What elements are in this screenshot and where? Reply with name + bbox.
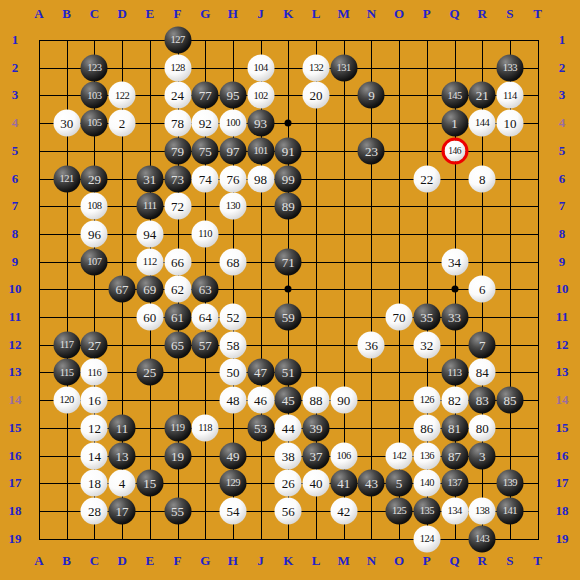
- stone-black: 131: [330, 54, 357, 81]
- stone-white: 58: [219, 331, 246, 358]
- row-label-left: 19: [9, 531, 22, 547]
- stone-white: 124: [413, 525, 440, 552]
- row-label-left: 16: [9, 448, 22, 464]
- stone-black: 97: [219, 137, 246, 164]
- stone-black: 121: [53, 165, 80, 192]
- row-label-left: 12: [9, 337, 22, 353]
- stone-black: 85: [496, 387, 523, 414]
- column-label-bottom: M: [338, 553, 350, 569]
- move-number: 13: [116, 449, 129, 462]
- stone-white: 30: [53, 110, 80, 137]
- column-label-top: D: [117, 6, 126, 22]
- move-number: 86: [420, 421, 433, 434]
- stone-white: 78: [164, 110, 191, 137]
- stone-black: 63: [192, 276, 219, 303]
- move-number: 14: [88, 449, 101, 462]
- stone-black: 35: [413, 304, 440, 331]
- stone-black: 125: [386, 497, 413, 524]
- move-number: 61: [171, 311, 184, 324]
- column-label-bottom: H: [228, 553, 238, 569]
- move-number: 81: [448, 421, 461, 434]
- stone-black: 29: [81, 165, 108, 192]
- grid-line: [371, 40, 372, 540]
- row-label-left: 15: [9, 420, 22, 436]
- move-number: 80: [476, 421, 489, 434]
- move-number: 108: [87, 201, 101, 212]
- column-label-top: A: [34, 6, 43, 22]
- column-label-bottom: T: [533, 553, 542, 569]
- move-number: 141: [503, 506, 517, 517]
- star-point: [285, 120, 292, 127]
- move-number: 30: [60, 117, 73, 130]
- stone-black: 119: [164, 414, 191, 441]
- move-number: 79: [171, 144, 184, 157]
- stone-black: 43: [358, 470, 385, 497]
- move-number: 67: [116, 283, 129, 296]
- stone-black: 129: [219, 470, 246, 497]
- grid-line: [39, 345, 539, 346]
- column-label-top: M: [338, 6, 350, 22]
- move-number: 117: [60, 339, 74, 350]
- stone-black: 145: [441, 82, 468, 109]
- stone-white: 114: [496, 82, 523, 109]
- row-label-left: 9: [12, 254, 19, 270]
- stone-white: 22: [413, 165, 440, 192]
- row-label-right: 14: [556, 392, 569, 408]
- move-number: 39: [310, 421, 323, 434]
- stone-black: 133: [496, 54, 523, 81]
- row-label-right: 1: [559, 32, 566, 48]
- column-label-bottom: R: [477, 553, 486, 569]
- move-number: 136: [420, 450, 434, 461]
- move-number: 106: [337, 450, 351, 461]
- stone-white: 112: [136, 248, 163, 275]
- stone-white: 54: [219, 497, 246, 524]
- stone-black: 115: [53, 359, 80, 386]
- column-label-top: N: [367, 6, 376, 22]
- move-number: 115: [60, 367, 74, 378]
- stone-white: 116: [81, 359, 108, 386]
- stone-white: 40: [303, 470, 330, 497]
- move-number: 87: [448, 449, 461, 462]
- column-label-top: B: [62, 6, 71, 22]
- stone-black: 17: [109, 497, 136, 524]
- row-label-left: 2: [12, 60, 19, 76]
- stone-white: 20: [303, 82, 330, 109]
- move-number: 145: [447, 90, 461, 101]
- move-number: 7: [479, 338, 486, 351]
- stone-white: 34: [441, 248, 468, 275]
- row-label-right: 2: [559, 60, 566, 76]
- move-number: 11: [116, 421, 129, 434]
- column-label-top: H: [228, 6, 238, 22]
- move-number: 97: [226, 144, 239, 157]
- grid-line: [39, 539, 539, 540]
- stone-black: 45: [275, 387, 302, 414]
- move-number: 10: [503, 117, 516, 130]
- move-number: 38: [282, 449, 295, 462]
- move-number: 24: [171, 89, 184, 102]
- column-label-bottom: P: [423, 553, 431, 569]
- row-label-right: 15: [556, 420, 569, 436]
- move-number: 102: [253, 90, 267, 101]
- stone-black: 101: [247, 137, 274, 164]
- move-number: 66: [171, 255, 184, 268]
- move-number: 53: [254, 421, 267, 434]
- stone-black: 61: [164, 304, 191, 331]
- stone-black: 89: [275, 193, 302, 220]
- stone-white: 52: [219, 304, 246, 331]
- stone-white: 8: [469, 165, 496, 192]
- stone-white: 90: [330, 387, 357, 414]
- stone-black: 73: [164, 165, 191, 192]
- stone-white: 100: [219, 110, 246, 137]
- row-label-right: 18: [556, 503, 569, 519]
- column-label-bottom: A: [34, 553, 43, 569]
- move-number: 99: [282, 172, 295, 185]
- move-number: 50: [226, 366, 239, 379]
- move-number: 129: [226, 478, 240, 489]
- move-number: 1: [451, 117, 458, 130]
- move-number: 122: [115, 90, 129, 101]
- stone-white: 80: [469, 414, 496, 441]
- move-number: 57: [199, 338, 212, 351]
- move-number: 17: [116, 504, 129, 517]
- move-number: 43: [365, 477, 378, 490]
- stone-black: 37: [303, 442, 330, 469]
- stone-black: 81: [441, 414, 468, 441]
- column-label-top: F: [174, 6, 182, 22]
- column-label-top: K: [283, 6, 293, 22]
- stone-white: 18: [81, 470, 108, 497]
- column-label-bottom: F: [174, 553, 182, 569]
- move-number: 48: [226, 394, 239, 407]
- move-number: 23: [365, 144, 378, 157]
- column-label-bottom: O: [394, 553, 404, 569]
- stone-white: 142: [386, 442, 413, 469]
- move-number: 127: [170, 35, 184, 46]
- move-number: 63: [199, 283, 212, 296]
- stone-black: 69: [136, 276, 163, 303]
- move-number: 62: [171, 283, 184, 296]
- row-label-right: 19: [556, 531, 569, 547]
- stone-black: 87: [441, 442, 468, 469]
- move-number: 126: [420, 395, 434, 406]
- stone-white: 140: [413, 470, 440, 497]
- row-label-left: 14: [9, 392, 22, 408]
- stone-white: 102: [247, 82, 274, 109]
- move-number: 140: [420, 478, 434, 489]
- move-number: 114: [503, 90, 517, 101]
- move-number: 83: [476, 394, 489, 407]
- stone-white: 48: [219, 387, 246, 414]
- move-number: 78: [171, 117, 184, 130]
- go-board-diagram: AABBCCDDEEFFGGHHJJKKLLMMNNOOPPQQRRSSTT11…: [0, 0, 580, 580]
- stone-black: 83: [469, 387, 496, 414]
- stone-white: 118: [192, 414, 219, 441]
- column-label-bottom: C: [90, 553, 99, 569]
- move-number: 132: [309, 62, 323, 73]
- stone-white: 42: [330, 497, 357, 524]
- row-label-left: 4: [12, 115, 19, 131]
- column-label-top: G: [200, 6, 210, 22]
- move-number: 134: [447, 506, 461, 517]
- move-number: 118: [198, 423, 212, 434]
- stone-black: 117: [53, 331, 80, 358]
- move-number: 20: [310, 89, 323, 102]
- column-label-bottom: L: [312, 553, 321, 569]
- stone-white: 66: [164, 248, 191, 275]
- stone-white: 130: [219, 193, 246, 220]
- stone-black: 111: [136, 193, 163, 220]
- move-number: 2: [119, 117, 126, 130]
- move-number: 19: [171, 449, 184, 462]
- column-label-top: J: [257, 6, 264, 22]
- move-number: 64: [199, 311, 212, 324]
- stone-white: 4: [109, 470, 136, 497]
- move-number: 90: [337, 394, 350, 407]
- move-number: 77: [199, 89, 212, 102]
- stone-black: 139: [496, 470, 523, 497]
- move-number: 59: [282, 311, 295, 324]
- row-label-right: 4: [559, 115, 566, 131]
- move-number: 49: [226, 449, 239, 462]
- move-number: 137: [447, 478, 461, 489]
- stone-black: 135: [413, 497, 440, 524]
- row-label-left: 6: [12, 171, 19, 187]
- stone-white: 16: [81, 387, 108, 414]
- stone-white: 138: [469, 497, 496, 524]
- move-number: 65: [171, 338, 184, 351]
- move-number: 139: [503, 478, 517, 489]
- row-label-right: 9: [559, 254, 566, 270]
- move-number: 113: [448, 367, 462, 378]
- stone-black: 65: [164, 331, 191, 358]
- move-number: 47: [254, 366, 267, 379]
- row-label-left: 7: [12, 198, 19, 214]
- stone-white: 6: [469, 276, 496, 303]
- stone-white: 88: [303, 387, 330, 414]
- row-label-right: 5: [559, 143, 566, 159]
- stone-white: 134: [441, 497, 468, 524]
- stone-black: 79: [164, 137, 191, 164]
- stone-white: 24: [164, 82, 191, 109]
- column-label-bottom: E: [145, 553, 154, 569]
- move-number: 130: [226, 201, 240, 212]
- move-number: 116: [87, 367, 101, 378]
- column-label-bottom: N: [367, 553, 376, 569]
- stone-black: 143: [469, 525, 496, 552]
- stone-white: 104: [247, 54, 274, 81]
- move-number: 107: [87, 256, 101, 267]
- move-number: 125: [392, 506, 406, 517]
- stone-white: 38: [275, 442, 302, 469]
- stone-white: 46: [247, 387, 274, 414]
- row-label-right: 17: [556, 475, 569, 491]
- stone-white: 26: [275, 470, 302, 497]
- move-number: 85: [503, 394, 516, 407]
- column-label-top: T: [533, 6, 542, 22]
- move-number: 69: [143, 283, 156, 296]
- stone-white: 84: [469, 359, 496, 386]
- move-number: 112: [143, 256, 157, 267]
- move-number: 91: [282, 144, 295, 157]
- row-label-left: 3: [12, 87, 19, 103]
- stone-black: 25: [136, 359, 163, 386]
- stone-white: 50: [219, 359, 246, 386]
- stone-white: 64: [192, 304, 219, 331]
- stone-black: 7: [469, 331, 496, 358]
- move-number: 21: [476, 89, 489, 102]
- stone-black: 107: [81, 248, 108, 275]
- stone-white: 10: [496, 110, 523, 137]
- stone-white: 12: [81, 414, 108, 441]
- move-number: 44: [282, 421, 295, 434]
- row-label-left: 5: [12, 143, 19, 159]
- stone-black: 55: [164, 497, 191, 524]
- move-number: 36: [365, 338, 378, 351]
- stone-white: 144: [469, 110, 496, 137]
- stone-black: 99: [275, 165, 302, 192]
- move-number: 54: [226, 504, 239, 517]
- stone-white: 74: [192, 165, 219, 192]
- move-number: 45: [282, 394, 295, 407]
- move-number: 138: [475, 506, 489, 517]
- grid-line: [538, 40, 539, 540]
- stone-white: 44: [275, 414, 302, 441]
- stone-black: 1: [441, 110, 468, 137]
- stone-black: 19: [164, 442, 191, 469]
- column-label-bottom: Q: [449, 553, 459, 569]
- column-label-top: O: [394, 6, 404, 22]
- move-number: 93: [254, 117, 267, 130]
- stone-black: 5: [386, 470, 413, 497]
- move-number: 144: [475, 118, 489, 129]
- column-label-top: Q: [449, 6, 459, 22]
- stone-white: 36: [358, 331, 385, 358]
- move-number: 74: [199, 172, 212, 185]
- move-number: 76: [226, 172, 239, 185]
- column-label-top: E: [145, 6, 154, 22]
- stone-black: 77: [192, 82, 219, 109]
- move-number: 100: [226, 118, 240, 129]
- stone-black: 141: [496, 497, 523, 524]
- column-label-top: L: [312, 6, 321, 22]
- row-label-right: 10: [556, 281, 569, 297]
- stone-white: 96: [81, 220, 108, 247]
- column-label-bottom: S: [506, 553, 513, 569]
- row-label-right: 8: [559, 226, 566, 242]
- stone-black: 33: [441, 304, 468, 331]
- stone-black: 13: [109, 442, 136, 469]
- row-label-left: 11: [9, 309, 21, 325]
- move-number: 31: [143, 172, 156, 185]
- move-number: 89: [282, 200, 295, 213]
- move-number: 94: [143, 227, 156, 240]
- stone-black: 49: [219, 442, 246, 469]
- stone-white: 28: [81, 497, 108, 524]
- move-number: 75: [199, 144, 212, 157]
- stone-black: 47: [247, 359, 274, 386]
- move-number: 15: [143, 477, 156, 490]
- stone-black: 51: [275, 359, 302, 386]
- move-number: 84: [476, 366, 489, 379]
- move-number: 58: [226, 338, 239, 351]
- move-number: 41: [337, 477, 350, 490]
- move-number: 4: [119, 477, 126, 490]
- move-number: 71: [282, 255, 295, 268]
- stone-black: 123: [81, 54, 108, 81]
- stone-white: 32: [413, 331, 440, 358]
- move-number: 95: [226, 89, 239, 102]
- move-number: 128: [170, 62, 184, 73]
- stone-white: 92: [192, 110, 219, 137]
- stone-black: 3: [469, 442, 496, 469]
- stone-black: 9: [358, 82, 385, 109]
- move-number: 120: [60, 395, 74, 406]
- stone-black: 113: [441, 359, 468, 386]
- stone-white: 2: [109, 110, 136, 137]
- move-number: 104: [253, 62, 267, 73]
- stone-white: 106: [330, 442, 357, 469]
- stone-black: 27: [81, 331, 108, 358]
- row-label-left: 8: [12, 226, 19, 242]
- move-number: 124: [420, 533, 434, 544]
- move-number: 68: [226, 255, 239, 268]
- move-number: 131: [337, 62, 351, 73]
- move-number: 42: [337, 504, 350, 517]
- move-number: 40: [310, 477, 323, 490]
- stone-black: 15: [136, 470, 163, 497]
- move-number: 111: [143, 201, 156, 212]
- row-label-left: 10: [9, 281, 22, 297]
- move-number: 56: [282, 504, 295, 517]
- column-label-bottom: D: [117, 553, 126, 569]
- stone-white: 122: [109, 82, 136, 109]
- stone-black: 103: [81, 82, 108, 109]
- stone-black: 53: [247, 414, 274, 441]
- stone-black: 67: [109, 276, 136, 303]
- move-number: 123: [87, 62, 101, 73]
- move-number: 3: [479, 449, 486, 462]
- move-number: 35: [420, 311, 433, 324]
- stone-white: 126: [413, 387, 440, 414]
- stone-white: 94: [136, 220, 163, 247]
- stone-black: 75: [192, 137, 219, 164]
- move-number: 88: [310, 394, 323, 407]
- row-label-right: 11: [556, 309, 568, 325]
- stone-black: 93: [247, 110, 274, 137]
- stone-white: 62: [164, 276, 191, 303]
- row-label-left: 1: [12, 32, 19, 48]
- move-number: 27: [88, 338, 101, 351]
- stone-white: 56: [275, 497, 302, 524]
- move-number: 9: [368, 89, 375, 102]
- move-number: 34: [448, 255, 461, 268]
- last-move-stone: 146: [441, 137, 468, 164]
- row-label-right: 13: [556, 364, 569, 380]
- stone-black: 127: [164, 27, 191, 54]
- column-label-top: S: [506, 6, 513, 22]
- stone-black: 23: [358, 137, 385, 164]
- move-number: 110: [198, 229, 212, 240]
- move-number: 26: [282, 477, 295, 490]
- row-label-right: 16: [556, 448, 569, 464]
- move-number: 105: [87, 118, 101, 129]
- stone-white: 70: [386, 304, 413, 331]
- column-label-bottom: B: [62, 553, 71, 569]
- row-label-right: 3: [559, 87, 566, 103]
